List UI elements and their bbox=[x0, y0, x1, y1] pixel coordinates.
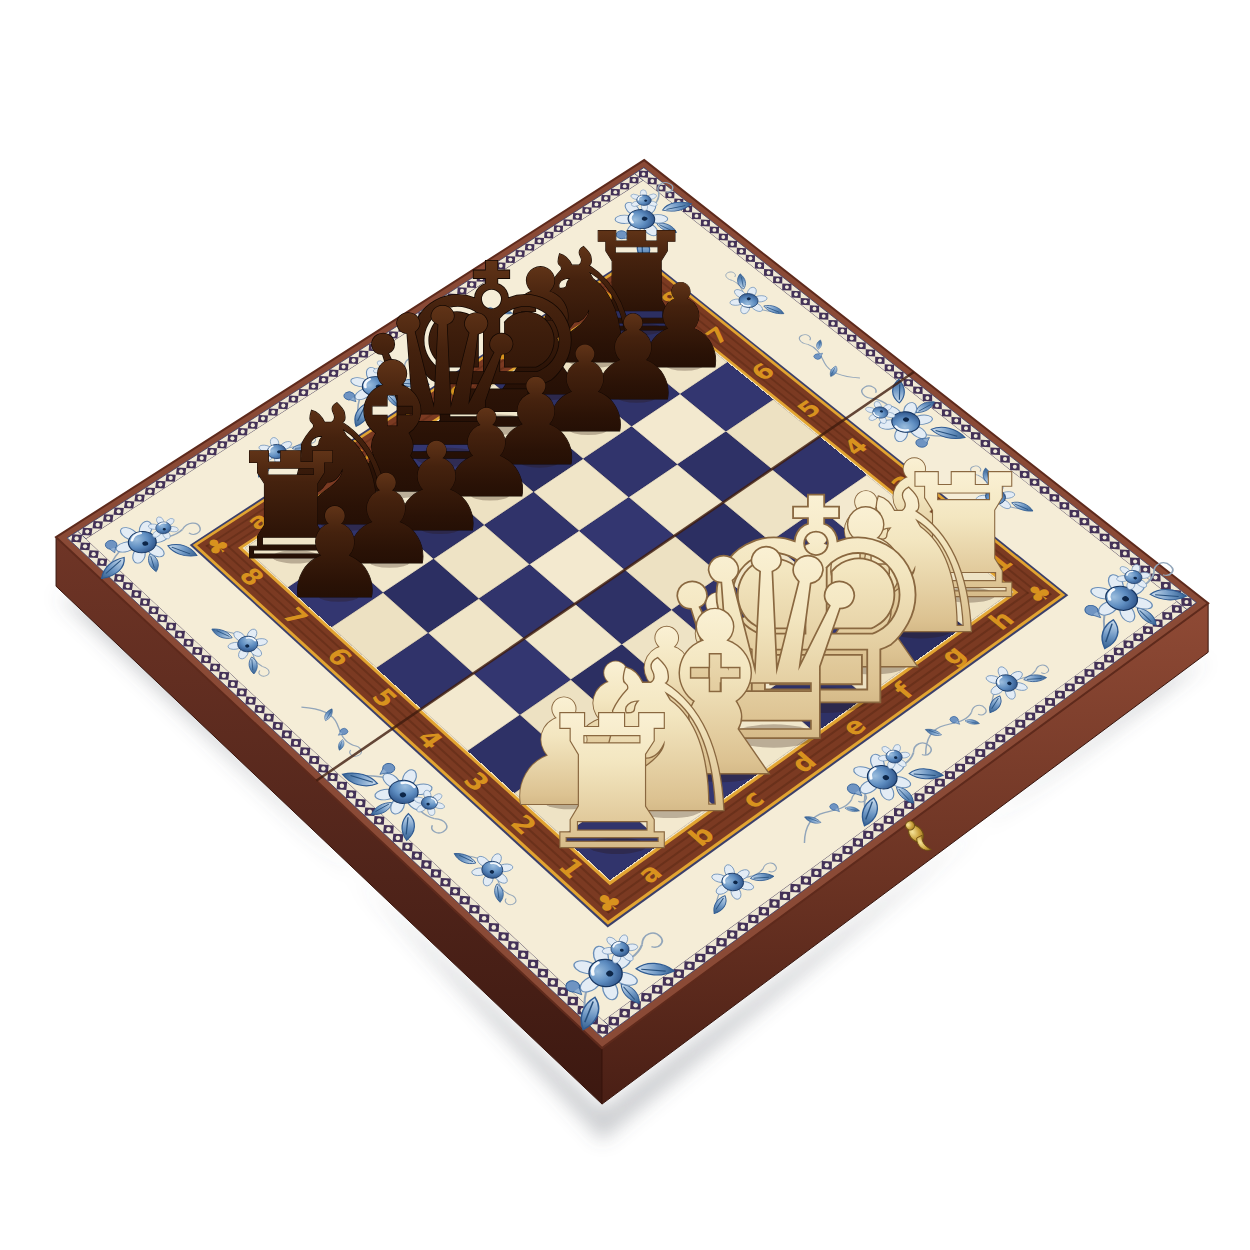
chess-set-product-photo: aa11bb22cc33dd44ee55ff66gg77hh88♣♣♣♣ ♜♞♟… bbox=[0, 0, 1250, 1250]
chess-pieces: ♜♞♟♝♟♚♟♛♟♝♟♞♟♟♜♟♟♜♟♟♞♟♝♟♚♟♛♟♝♟♞♜ bbox=[225, 203, 1039, 890]
piece-white-rook-a1: ♜ bbox=[530, 677, 694, 890]
pieces-overlay: ♜♞♟♝♟♚♟♛♟♝♟♞♟♟♜♟♟♜♟♟♞♟♝♟♚♟♛♟♝♟♞♜ bbox=[0, 0, 1250, 1250]
piece-black-pawn-a7: ♟ bbox=[279, 481, 391, 626]
